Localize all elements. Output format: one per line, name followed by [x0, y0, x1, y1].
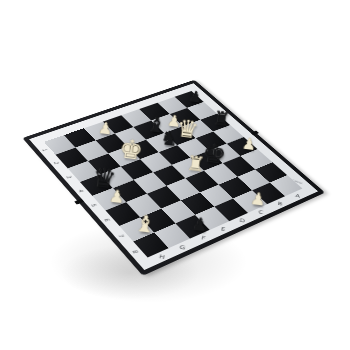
file-label-a: A: [285, 190, 309, 202]
product-photo: MADE IN CHINA 12345678HGFEDCBA ♟♟♝♟♚♞♛♜♛…: [0, 0, 350, 350]
file-label-f: F: [190, 232, 217, 245]
